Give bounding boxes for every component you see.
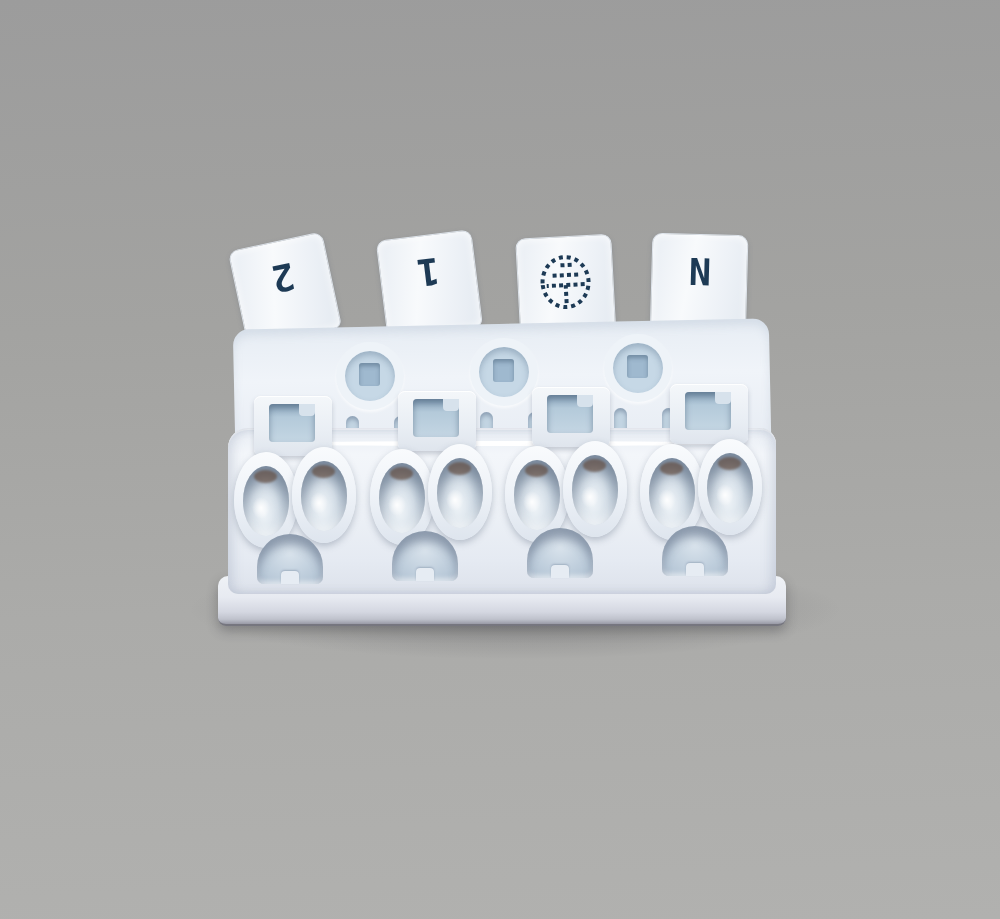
socket-inner-tab — [299, 404, 315, 416]
pole-label-2: 2 — [232, 246, 333, 308]
pole-label-n: N — [652, 248, 747, 293]
push-button-socket — [532, 387, 610, 447]
wire-entry-hole — [243, 466, 289, 536]
wire-entry-hole — [379, 463, 425, 533]
terminal-block-connector: 2 1 — [226, 230, 778, 628]
pole-label-1: 1 — [379, 244, 478, 298]
wire-entry-hole — [707, 453, 753, 523]
wire-entry-hole — [572, 455, 618, 525]
socket-inner-tab — [577, 395, 593, 407]
mounting-bore — [604, 334, 672, 402]
socket-hole — [269, 404, 315, 442]
wire-entry-hole — [649, 458, 695, 528]
socket-hole — [685, 392, 731, 430]
bore-square-hole — [627, 355, 648, 378]
socket-hole — [413, 399, 459, 437]
push-button-socket — [670, 384, 748, 444]
mounting-bore — [470, 338, 538, 406]
wire-entry-hole — [301, 461, 347, 531]
tab-paddle: 1 — [376, 229, 483, 338]
wire-entry-hole — [514, 460, 560, 530]
push-button-socket — [398, 391, 476, 451]
bore-square-hole — [359, 363, 380, 386]
product-photo-scene: 2 1 — [0, 0, 1000, 919]
mounting-bore — [336, 342, 404, 410]
socket-inner-tab — [715, 392, 731, 404]
socket-hole — [547, 395, 593, 433]
bore-square-hole — [493, 359, 514, 382]
socket-inner-tab — [443, 399, 459, 411]
protective-earth-icon — [538, 248, 593, 313]
wire-entry-hole — [437, 458, 483, 528]
